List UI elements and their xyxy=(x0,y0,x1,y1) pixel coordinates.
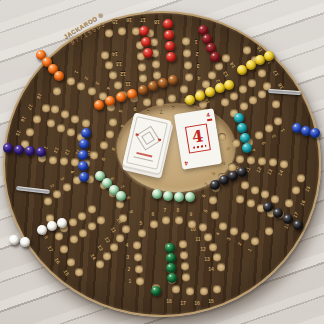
track-number: 3 xyxy=(226,237,232,242)
board-hole xyxy=(292,186,300,194)
marble-royal-blue[interactable] xyxy=(81,128,91,138)
board-hole xyxy=(269,158,277,166)
card-back-red-accent xyxy=(135,133,138,136)
board-hole xyxy=(172,285,180,293)
marble-dark-green[interactable] xyxy=(167,273,177,283)
track-number: 12 xyxy=(103,236,110,243)
marble-red[interactable] xyxy=(166,52,176,62)
marble-jade-green[interactable] xyxy=(152,189,162,199)
board-hole xyxy=(239,85,247,93)
track-number: 14 xyxy=(90,253,97,260)
board-hole xyxy=(243,46,251,54)
track-number: 3 xyxy=(59,176,65,181)
marble-red[interactable] xyxy=(163,19,173,29)
marble-purple[interactable] xyxy=(14,145,24,155)
jackaroo-board-photo: JACKAROO ® 97715503 43215678910111213141… xyxy=(0,0,324,324)
marble-jade-green[interactable] xyxy=(163,191,173,201)
metal-pin[interactable] xyxy=(268,89,301,95)
board-hole xyxy=(33,115,41,123)
track-number: 13 xyxy=(116,61,122,66)
board-hole xyxy=(47,119,55,127)
board-hole xyxy=(213,253,221,261)
track-number: 6 xyxy=(172,106,175,111)
track-number: 14 xyxy=(208,267,214,272)
marble-black[interactable] xyxy=(273,208,283,218)
board-hole xyxy=(105,29,113,37)
board-hole xyxy=(97,216,105,224)
marble-yellow[interactable] xyxy=(185,95,195,105)
board-hole xyxy=(261,190,269,198)
board-hole xyxy=(100,141,108,149)
track-number: 14 xyxy=(229,62,236,69)
board-hole xyxy=(272,100,280,108)
track-number: 4 xyxy=(126,243,129,248)
track-number: 13 xyxy=(97,244,104,251)
track-number: 5 xyxy=(203,209,209,214)
board-hole xyxy=(60,157,68,165)
track-number: 18 xyxy=(35,93,42,100)
board-hole xyxy=(109,118,117,126)
track-number: 14 xyxy=(112,51,118,56)
card-rank-large: 4 xyxy=(191,128,205,146)
track-number: 3 xyxy=(261,141,267,146)
board-hole xyxy=(240,102,248,110)
board-hole xyxy=(55,232,63,240)
board-hole xyxy=(258,69,266,77)
board-hole xyxy=(53,190,61,198)
track-number: 7 xyxy=(117,136,123,141)
board-hole xyxy=(211,211,219,219)
marble-orange[interactable] xyxy=(116,92,126,102)
board-hole xyxy=(182,37,190,45)
marble-amber[interactable] xyxy=(148,81,158,91)
board-hole xyxy=(180,251,188,259)
board-hole xyxy=(258,157,266,165)
marble-white[interactable] xyxy=(20,237,30,247)
track-number: 16 xyxy=(19,116,26,123)
board-hole xyxy=(88,205,96,213)
track-number: 15 xyxy=(257,46,264,53)
marble-orange[interactable] xyxy=(127,89,137,99)
card-rank-index-top: 4 xyxy=(206,112,212,121)
marble-purple[interactable] xyxy=(36,147,46,157)
marble-teal[interactable] xyxy=(234,113,244,123)
marble-black[interactable] xyxy=(293,220,303,230)
marble-jade-green[interactable] xyxy=(174,192,184,202)
track-number: 1 xyxy=(195,39,198,44)
track-number: 13 xyxy=(204,257,210,262)
track-number: 12 xyxy=(256,167,263,174)
board-hole xyxy=(150,220,158,228)
track-number: 1 xyxy=(73,70,79,75)
track-number: 3 xyxy=(197,63,200,68)
board-hole xyxy=(67,77,75,85)
track-number: 8 xyxy=(147,110,150,115)
track-number: 6 xyxy=(152,212,155,217)
marble-amber[interactable] xyxy=(158,78,168,88)
track-number: 7 xyxy=(160,110,163,115)
board-hole xyxy=(57,124,65,132)
board-hole xyxy=(143,98,151,106)
board-hole xyxy=(204,233,212,241)
marble-teal[interactable] xyxy=(237,123,247,133)
board-hole xyxy=(136,277,144,285)
marble-black[interactable] xyxy=(283,214,293,224)
track-number: 11 xyxy=(109,227,116,234)
marble-amber[interactable] xyxy=(138,85,148,95)
track-number: 17 xyxy=(180,301,186,306)
board-hole xyxy=(251,237,259,245)
board-hole xyxy=(236,195,244,203)
board-hole xyxy=(88,222,96,230)
track-number: 2 xyxy=(84,75,90,80)
marble-white[interactable] xyxy=(57,218,67,228)
track-number: 14 xyxy=(277,170,284,177)
board-hole xyxy=(247,156,255,164)
track-number: 17 xyxy=(140,17,146,22)
board-hole xyxy=(175,216,183,224)
marble-white[interactable] xyxy=(47,221,57,231)
board-hole xyxy=(69,218,77,226)
track-number: 16 xyxy=(299,199,306,206)
board-hole xyxy=(251,186,259,194)
board-hole xyxy=(96,260,104,268)
board-hole xyxy=(63,183,71,191)
track-number: 18 xyxy=(166,299,172,304)
face-up-card-four[interactable]: 4 4 4 xyxy=(174,108,222,170)
board-hole xyxy=(60,245,68,253)
track-number: 10 xyxy=(190,227,196,232)
marble-teal[interactable] xyxy=(242,143,252,153)
board-hole xyxy=(222,54,230,62)
board-hole xyxy=(221,98,229,106)
track-number: 15 xyxy=(208,299,214,304)
board-hole xyxy=(135,265,143,273)
board-hole xyxy=(185,73,193,81)
card-rank-index-bottom: 4 xyxy=(184,160,188,166)
marble-red[interactable] xyxy=(141,37,151,47)
track-number: 17 xyxy=(272,69,279,76)
track-number: 15 xyxy=(305,186,312,193)
track-number: 8 xyxy=(125,196,131,201)
track-number: 10 xyxy=(116,217,123,224)
board-hole xyxy=(118,27,126,35)
board-hole xyxy=(241,232,249,240)
marble-white[interactable] xyxy=(9,235,19,245)
board-hole xyxy=(67,128,75,136)
track-number: 16 xyxy=(194,301,200,306)
board-hole xyxy=(139,74,147,82)
board-hole xyxy=(255,131,263,139)
track-number: 15 xyxy=(112,19,118,24)
track-number: 16 xyxy=(53,258,60,265)
marble-dark-green[interactable] xyxy=(151,286,161,296)
board-hole xyxy=(109,71,117,79)
board-hole xyxy=(271,195,279,203)
track-number: 3 xyxy=(94,80,100,85)
marble-yellow[interactable] xyxy=(264,51,274,61)
board-hole xyxy=(88,87,96,95)
board-hole xyxy=(77,82,85,90)
board-hole xyxy=(49,156,57,164)
track-number: 9 xyxy=(190,212,193,217)
track-number: 17 xyxy=(46,246,53,253)
board-hole xyxy=(208,71,216,79)
board-hole xyxy=(219,222,227,230)
marble-dark-green[interactable] xyxy=(166,263,176,273)
marble-red[interactable] xyxy=(143,48,153,58)
track-number: 6 xyxy=(119,123,125,128)
board-hole xyxy=(241,181,249,189)
track-number: 8 xyxy=(210,170,216,175)
board-hole xyxy=(44,197,52,205)
track-number: 8 xyxy=(110,147,116,152)
board-hole xyxy=(53,87,61,95)
track-number: 12 xyxy=(200,247,206,252)
track-number: 5 xyxy=(117,108,123,113)
marble-white[interactable] xyxy=(37,225,47,235)
track-number: 3 xyxy=(127,255,130,260)
board-hole xyxy=(134,253,142,261)
board-hole xyxy=(217,263,225,271)
marble-jade-green[interactable] xyxy=(116,191,126,201)
track-number: 8 xyxy=(177,208,180,213)
board-hole xyxy=(236,155,244,163)
track-number: 4 xyxy=(105,85,111,90)
marble-red[interactable] xyxy=(164,30,174,40)
board-hole xyxy=(138,63,146,71)
track-number: 1 xyxy=(281,127,287,132)
board-hole xyxy=(274,117,282,125)
track-number: 16 xyxy=(126,17,132,22)
board-hole xyxy=(199,223,207,231)
board-hole xyxy=(70,235,78,243)
board-hole xyxy=(247,199,255,207)
board-hole xyxy=(42,104,50,112)
board-hole xyxy=(116,234,124,242)
board-hole xyxy=(230,227,238,235)
board-hole xyxy=(181,262,189,270)
track-number: 2 xyxy=(196,51,199,56)
board-hole xyxy=(285,199,293,207)
track-number: 9 xyxy=(100,156,106,161)
board-hole xyxy=(265,227,273,235)
board-hole xyxy=(122,225,130,233)
board-hole xyxy=(232,139,240,147)
board-hole xyxy=(114,81,122,89)
board-hole xyxy=(101,51,109,59)
board-hole xyxy=(183,49,191,57)
track-number: 9 xyxy=(128,209,134,214)
marble-red[interactable] xyxy=(139,26,149,36)
marble-black[interactable] xyxy=(263,202,273,212)
track-number: 4 xyxy=(215,232,221,237)
marble-teal[interactable] xyxy=(240,133,250,143)
track-number: 13 xyxy=(53,146,60,153)
board-hole xyxy=(103,252,111,260)
board-hole xyxy=(51,105,59,113)
board-hole xyxy=(258,90,266,98)
track-number: 5 xyxy=(225,147,231,152)
marble-purple[interactable] xyxy=(3,143,13,153)
board-hole xyxy=(265,124,273,132)
board-hole xyxy=(105,61,113,69)
track-number: 11 xyxy=(125,81,130,86)
track-number: 15 xyxy=(14,129,21,136)
track-number: 12 xyxy=(120,71,126,76)
track-number: 1 xyxy=(129,279,132,284)
marble-royal-blue[interactable] xyxy=(79,139,89,149)
board-hole xyxy=(26,128,34,136)
marble-purple[interactable] xyxy=(25,146,35,156)
track-number: 2 xyxy=(271,134,277,139)
track-number: 17 xyxy=(292,211,299,218)
track-number: 7 xyxy=(204,181,210,186)
marble-black[interactable] xyxy=(237,167,247,177)
board-hole xyxy=(249,96,257,104)
track-number: 10 xyxy=(203,97,210,104)
board-hole xyxy=(280,160,288,168)
track-number: 1 xyxy=(248,247,254,252)
board-hole xyxy=(79,229,87,237)
track-number: 6 xyxy=(201,194,207,199)
track-number: 9 xyxy=(134,106,137,111)
marble-royal-blue[interactable] xyxy=(78,161,88,171)
board-hole xyxy=(180,85,188,93)
marble-orange[interactable] xyxy=(105,96,115,106)
marble-maroon[interactable] xyxy=(210,52,220,62)
track-number: 4 xyxy=(69,169,75,174)
board-hole xyxy=(138,229,146,237)
marble-royal-blue[interactable] xyxy=(78,150,88,160)
track-number: 7 xyxy=(119,185,125,190)
track-number: 4 xyxy=(198,75,201,80)
board-hole xyxy=(218,133,226,141)
board-hole xyxy=(215,62,223,70)
card-squiggle-ornament xyxy=(193,145,206,150)
marble-royal-blue[interactable] xyxy=(310,128,320,138)
board-hole xyxy=(133,241,141,249)
board-hole xyxy=(67,258,75,266)
track-number: 11 xyxy=(195,237,200,242)
board-hole xyxy=(61,110,69,118)
marble-yellow[interactable] xyxy=(195,91,205,101)
board-hole xyxy=(150,38,158,46)
track-number: 13 xyxy=(222,70,229,77)
board-hole xyxy=(248,79,256,87)
board-hole xyxy=(152,60,160,68)
board-hole xyxy=(106,130,114,138)
card-back-red-accent xyxy=(158,138,161,141)
board-hole xyxy=(78,212,86,220)
board-hole xyxy=(75,268,83,276)
track-number: 18 xyxy=(278,82,285,89)
board-hole xyxy=(200,287,208,295)
marble-jade-green[interactable] xyxy=(185,192,195,202)
metal-pin[interactable] xyxy=(16,186,50,194)
marble-orange[interactable] xyxy=(94,100,104,110)
board-hole xyxy=(209,243,217,251)
marble-orange[interactable] xyxy=(54,71,64,81)
card-center-frame: 4 xyxy=(185,123,211,153)
board-hole xyxy=(71,115,79,123)
board-hole xyxy=(213,285,221,293)
marble-yellow[interactable] xyxy=(224,80,234,90)
board-hole xyxy=(82,119,90,127)
marble-dark-green[interactable] xyxy=(165,243,175,253)
marble-amber[interactable] xyxy=(168,75,178,85)
marble-royal-blue[interactable] xyxy=(79,172,89,182)
board-hole xyxy=(110,243,118,251)
board-hole xyxy=(186,287,194,295)
board-hole xyxy=(184,61,192,69)
board-hole xyxy=(209,196,217,204)
track-number: 17 xyxy=(26,104,33,111)
board-hole xyxy=(116,200,124,208)
track-number: 18 xyxy=(154,19,160,24)
track-number: 2 xyxy=(50,183,56,188)
board-hole xyxy=(162,216,170,224)
track-number: 13 xyxy=(266,168,273,175)
track-number: 7 xyxy=(164,208,167,213)
board-hole xyxy=(182,273,190,281)
board-hole xyxy=(168,94,176,102)
board-hole xyxy=(230,92,238,100)
track-number: 2 xyxy=(237,242,243,247)
track-number: 5 xyxy=(140,221,143,226)
marble-red[interactable] xyxy=(165,41,175,51)
marble-yellow[interactable] xyxy=(205,87,215,97)
board-hole xyxy=(179,240,187,248)
track-number: 12 xyxy=(63,148,70,155)
track-number: 15 xyxy=(62,269,69,276)
marble-dark-green[interactable] xyxy=(166,253,176,263)
board-hole xyxy=(297,174,305,182)
track-number: 2 xyxy=(128,267,131,272)
board-hole xyxy=(156,98,164,106)
